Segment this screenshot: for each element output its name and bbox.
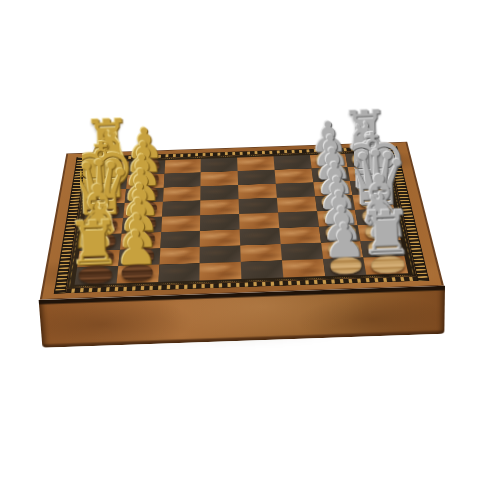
rook-glyph: ♜ xyxy=(358,205,414,262)
turned-wood-base xyxy=(370,255,404,273)
square-c3[interactable] xyxy=(160,231,200,248)
square-b5[interactable] xyxy=(240,244,281,262)
square-a5[interactable] xyxy=(241,260,283,279)
square-a2[interactable]: ♟ xyxy=(116,265,159,284)
board-top-surface: ♜♟♟♜♞♟♟♞♝♟♟♝♚♟♟♚♛♟♟♛♝♟♟♝♞♟♟♞♜♟♟♜ xyxy=(40,142,444,300)
square-d6[interactable] xyxy=(278,211,319,228)
chess-board-box: ♜♟♟♜♞♟♟♞♝♟♟♝♚♟♟♚♛♟♟♛♝♟♟♝♞♟♟♞♜♟♟♜ xyxy=(40,142,444,300)
square-d5[interactable] xyxy=(239,213,279,230)
square-a4[interactable] xyxy=(200,262,242,281)
square-b6[interactable] xyxy=(280,243,322,261)
square-a8[interactable]: ♜ xyxy=(364,256,409,275)
camera-tilt: ♜♟♟♜♞♟♟♞♝♟♟♝♚♟♟♚♛♟♟♛♝♟♟♝♞♟♟♞♜♟♟♜ xyxy=(0,0,480,480)
square-a1[interactable]: ♜ xyxy=(75,266,118,285)
product-photo: ♜♟♟♜♞♟♟♞♝♟♟♝♚♟♟♚♛♟♟♛♝♟♟♝♞♟♟♞♜♟♟♜ xyxy=(0,0,480,480)
piece-white-pawn[interactable]: ♟ xyxy=(115,226,158,283)
turned-wood-base xyxy=(121,264,153,282)
square-d4[interactable] xyxy=(200,214,239,231)
turned-wood-base xyxy=(78,265,112,283)
square-a3[interactable] xyxy=(158,263,200,282)
square-c4[interactable] xyxy=(200,229,240,246)
perspective-wrapper: ♜♟♟♜♞♟♟♞♝♟♟♝♚♟♟♚♛♟♟♛♝♟♟♝♞♟♟♞♜♟♟♜ xyxy=(0,0,480,480)
turned-wood-base xyxy=(329,257,361,275)
square-a6[interactable] xyxy=(282,259,325,278)
piece-black-pawn[interactable]: ♟ xyxy=(323,218,366,275)
square-d3[interactable] xyxy=(161,215,201,232)
piece-black-rook[interactable]: ♜ xyxy=(364,205,407,274)
square-a7[interactable]: ♟ xyxy=(323,258,367,277)
piece-white-rook[interactable]: ♜ xyxy=(73,215,116,284)
square-c6[interactable] xyxy=(279,227,320,244)
square-c5[interactable] xyxy=(240,228,281,245)
